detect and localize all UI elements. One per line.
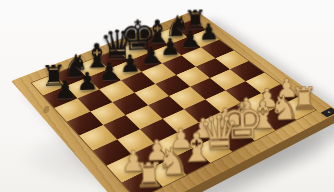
piece-black-pawn[interactable]: ♟ [76, 68, 99, 94]
piece-black-pawn[interactable]: ♟ [140, 43, 162, 67]
piece-black-pawn[interactable]: ♟ [119, 51, 141, 76]
brand-logo-icon: ✦ [326, 110, 333, 114]
scene: ♜♞♝♛♚♝♞♜♟♟♟♟♟♟♟♟♟♟♟♟♟♟♟♟♜♞♝♛♚♝♞♜ ✦ [0, 0, 334, 192]
piece-black-pawn[interactable]: ♟ [198, 20, 219, 43]
embossed-stamp [43, 106, 49, 113]
piece-white-rook[interactable]: ♜ [133, 158, 165, 192]
piece-black-pawn[interactable]: ♟ [98, 60, 121, 85]
piece-black-pawn[interactable]: ♟ [160, 35, 182, 59]
piece-black-pawn[interactable]: ♟ [53, 77, 76, 103]
chess-board: ♜♞♝♛♚♝♞♜♟♟♟♟♟♟♟♟♟♟♟♟♟♟♟♟♜♞♝♛♚♝♞♜ ✦ [11, 10, 334, 192]
photo-background: ♜♞♝♛♚♝♞♜♟♟♟♟♟♟♟♟♟♟♟♟♟♟♟♟♜♞♝♛♚♝♞♜ ✦ [0, 0, 334, 192]
square-g4[interactable] [210, 69, 245, 90]
board-grid: ♜♞♝♛♚♝♞♜♟♟♟♟♟♟♟♟♟♟♟♟♟♟♟♟♜♞♝♛♚♝♞♜ [32, 20, 316, 192]
piece-black-pawn[interactable]: ♟ [179, 28, 200, 52]
brand-tag: ✦ [321, 107, 334, 117]
